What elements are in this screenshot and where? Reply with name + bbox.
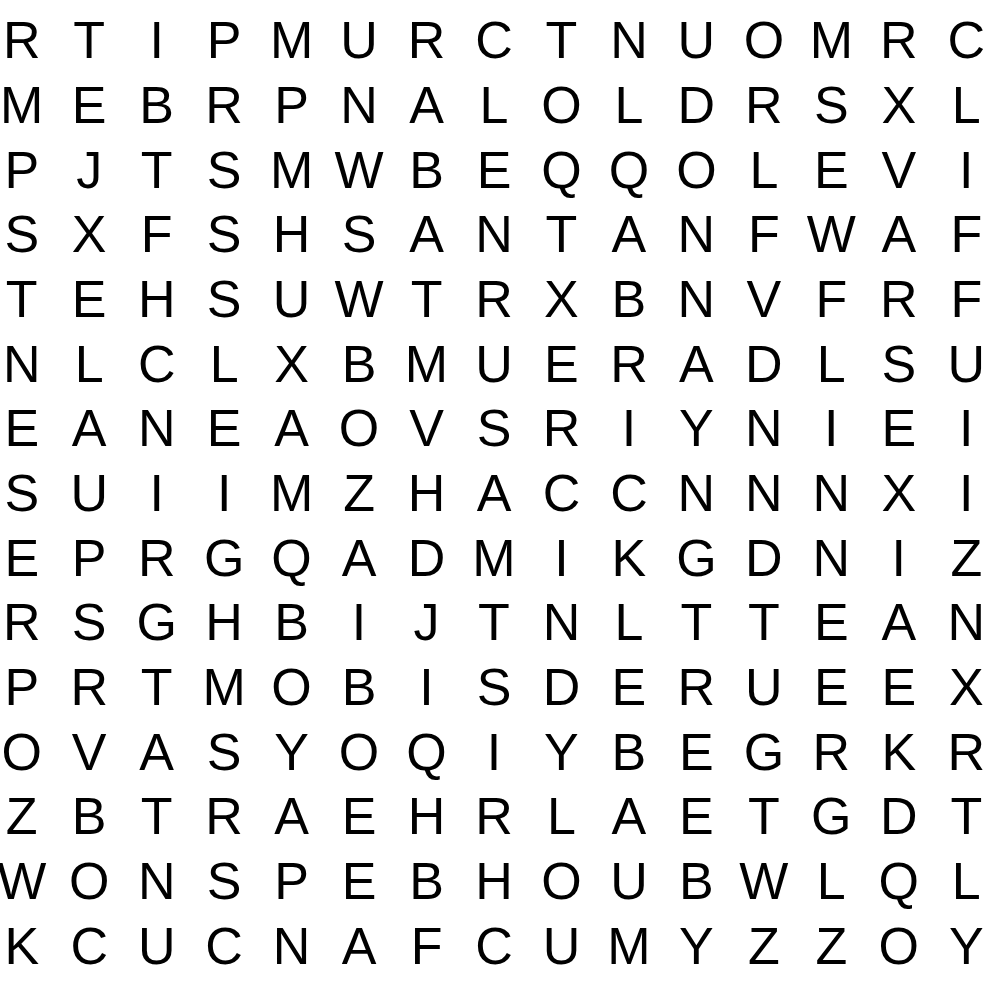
grid-cell-r9c3[interactable]: R [123,525,190,590]
grid-cell-r12c4[interactable]: S [190,719,257,784]
grid-cell-r8c3[interactable]: I [123,461,190,526]
grid-cell-r7c13[interactable]: I [798,396,865,461]
grid-cell-r13c13[interactable]: G [798,784,865,849]
grid-cell-r6c11[interactable]: A [663,331,730,396]
grid-cell-r12c7[interactable]: Q [393,719,460,784]
grid-cell-r9c6[interactable]: A [325,525,392,590]
grid-cell-r6c12[interactable]: D [730,331,797,396]
grid-cell-r4c1[interactable]: S [0,202,55,267]
grid-cell-r3c3[interactable]: T [123,137,190,202]
grid-cell-r15c14[interactable]: O [865,913,932,978]
grid-cell-r14c12[interactable]: W [730,849,797,914]
grid-cell-r15c3[interactable]: U [123,913,190,978]
grid-cell-r11c2[interactable]: R [55,655,122,720]
grid-cell-r8c4[interactable]: I [190,461,257,526]
grid-cell-r5c15[interactable]: F [933,267,1000,332]
grid-cell-r13c6[interactable]: E [325,784,392,849]
grid-cell-r5c10[interactable]: B [595,267,662,332]
grid-cell-r10c15[interactable]: N [933,590,1000,655]
grid-cell-r15c15[interactable]: Y [933,913,1000,978]
grid-cell-r13c11[interactable]: E [663,784,730,849]
grid-cell-r5c6[interactable]: W [325,267,392,332]
grid-cell-r4c8[interactable]: N [460,202,527,267]
grid-cell-r2c12[interactable]: R [730,73,797,138]
grid-cell-r5c2[interactable]: E [55,267,122,332]
grid-cell-r13c8[interactable]: R [460,784,527,849]
grid-cell-r3c5[interactable]: M [258,137,325,202]
grid-cell-r2c6[interactable]: N [325,73,392,138]
grid-cell-r6c3[interactable]: C [123,331,190,396]
grid-cell-r14c15[interactable]: L [933,849,1000,914]
grid-cell-r11c1[interactable]: P [0,655,55,720]
grid-cell-r8c14[interactable]: X [865,461,932,526]
grid-cell-r4c3[interactable]: F [123,202,190,267]
grid-cell-r8c15[interactable]: I [933,461,1000,526]
grid-cell-r13c2[interactable]: B [55,784,122,849]
grid-cell-r11c5[interactable]: O [258,655,325,720]
grid-cell-r9c4[interactable]: G [190,525,257,590]
grid-cell-r15c5[interactable]: N [258,913,325,978]
grid-cell-r3c14[interactable]: V [865,137,932,202]
grid-cell-r5c14[interactable]: R [865,267,932,332]
grid-cell-r15c12[interactable]: Z [730,913,797,978]
grid-cell-r1c4[interactable]: P [190,8,257,73]
grid-cell-r8c5[interactable]: M [258,461,325,526]
grid-cell-r8c2[interactable]: U [55,461,122,526]
grid-cell-r1c2[interactable]: T [55,8,122,73]
grid-cell-r4c12[interactable]: F [730,202,797,267]
grid-cell-r7c9[interactable]: R [528,396,595,461]
grid-cell-r7c11[interactable]: Y [663,396,730,461]
grid-cell-r7c6[interactable]: O [325,396,392,461]
grid-cell-r13c4[interactable]: R [190,784,257,849]
grid-cell-r8c10[interactable]: C [595,461,662,526]
grid-cell-r4c9[interactable]: T [528,202,595,267]
grid-cell-r1c6[interactable]: U [325,8,392,73]
grid-cell-r2c1[interactable]: M [0,73,55,138]
grid-cell-r3c4[interactable]: S [190,137,257,202]
grid-cell-r12c8[interactable]: I [460,719,527,784]
grid-cell-r15c8[interactable]: C [460,913,527,978]
grid-cell-r9c1[interactable]: E [0,525,55,590]
grid-cell-r1c9[interactable]: T [528,8,595,73]
grid-cell-r9c8[interactable]: M [460,525,527,590]
grid-cell-r11c7[interactable]: I [393,655,460,720]
grid-cell-r6c1[interactable]: N [0,331,55,396]
grid-cell-r10c2[interactable]: S [55,590,122,655]
grid-cell-r4c6[interactable]: S [325,202,392,267]
grid-cell-r4c7[interactable]: A [393,202,460,267]
grid-cell-r10c12[interactable]: T [730,590,797,655]
grid-cell-r1c13[interactable]: M [798,8,865,73]
grid-cell-r5c11[interactable]: N [663,267,730,332]
grid-cell-r6c9[interactable]: E [528,331,595,396]
grid-cell-r7c4[interactable]: E [190,396,257,461]
grid-cell-r3c12[interactable]: L [730,137,797,202]
grid-cell-r11c4[interactable]: M [190,655,257,720]
grid-cell-r11c10[interactable]: E [595,655,662,720]
grid-cell-r9c15[interactable]: Z [933,525,1000,590]
grid-cell-r6c10[interactable]: R [595,331,662,396]
grid-cell-r8c12[interactable]: N [730,461,797,526]
grid-cell-r13c15[interactable]: T [933,784,1000,849]
grid-cell-r9c10[interactable]: K [595,525,662,590]
grid-cell-r1c5[interactable]: M [258,8,325,73]
grid-cell-r14c10[interactable]: U [595,849,662,914]
grid-cell-r3c7[interactable]: B [393,137,460,202]
grid-cell-r14c11[interactable]: B [663,849,730,914]
grid-cell-r10c10[interactable]: L [595,590,662,655]
grid-cell-r13c14[interactable]: D [865,784,932,849]
grid-cell-r10c4[interactable]: H [190,590,257,655]
grid-cell-r14c7[interactable]: B [393,849,460,914]
grid-cell-r7c1[interactable]: E [0,396,55,461]
grid-cell-r5c1[interactable]: T [0,267,55,332]
grid-cell-r11c14[interactable]: E [865,655,932,720]
grid-cell-r9c13[interactable]: N [798,525,865,590]
grid-cell-r2c4[interactable]: R [190,73,257,138]
grid-cell-r15c13[interactable]: Z [798,913,865,978]
grid-cell-r14c5[interactable]: P [258,849,325,914]
grid-cell-r10c5[interactable]: B [258,590,325,655]
grid-cell-r1c14[interactable]: R [865,8,932,73]
grid-cell-r13c7[interactable]: H [393,784,460,849]
grid-cell-r12c9[interactable]: Y [528,719,595,784]
grid-cell-r2c5[interactable]: P [258,73,325,138]
grid-cell-r14c3[interactable]: N [123,849,190,914]
grid-cell-r5c3[interactable]: H [123,267,190,332]
grid-cell-r6c13[interactable]: L [798,331,865,396]
grid-cell-r9c9[interactable]: I [528,525,595,590]
grid-cell-r15c4[interactable]: C [190,913,257,978]
grid-cell-r5c7[interactable]: T [393,267,460,332]
grid-cell-r10c11[interactable]: T [663,590,730,655]
grid-cell-r15c9[interactable]: U [528,913,595,978]
grid-cell-r4c14[interactable]: A [865,202,932,267]
grid-cell-r9c2[interactable]: P [55,525,122,590]
grid-cell-r9c12[interactable]: D [730,525,797,590]
grid-cell-r11c15[interactable]: X [933,655,1000,720]
grid-cell-r7c12[interactable]: N [730,396,797,461]
grid-cell-r12c5[interactable]: Y [258,719,325,784]
grid-cell-r5c8[interactable]: R [460,267,527,332]
grid-cell-r11c6[interactable]: B [325,655,392,720]
grid-cell-r2c7[interactable]: A [393,73,460,138]
grid-cell-r8c1[interactable]: S [0,461,55,526]
grid-cell-r13c1[interactable]: Z [0,784,55,849]
grid-cell-r2c14[interactable]: X [865,73,932,138]
grid-cell-r12c13[interactable]: R [798,719,865,784]
grid-cell-r15c2[interactable]: C [55,913,122,978]
grid-cell-r3c10[interactable]: Q [595,137,662,202]
grid-cell-r2c8[interactable]: L [460,73,527,138]
grid-cell-r3c6[interactable]: W [325,137,392,202]
grid-cell-r3c11[interactable]: O [663,137,730,202]
grid-cell-r9c7[interactable]: D [393,525,460,590]
grid-cell-r12c12[interactable]: G [730,719,797,784]
grid-cell-r5c12[interactable]: V [730,267,797,332]
grid-cell-r4c13[interactable]: W [798,202,865,267]
grid-cell-r13c5[interactable]: A [258,784,325,849]
grid-cell-r11c8[interactable]: S [460,655,527,720]
grid-cell-r7c2[interactable]: A [55,396,122,461]
grid-cell-r15c11[interactable]: Y [663,913,730,978]
grid-cell-r1c8[interactable]: C [460,8,527,73]
grid-cell-r13c3[interactable]: T [123,784,190,849]
word-search-grid: RTIPMURCTNUOMRCMEBRPNALOLDRSXLPJTSMWBEQQ… [0,8,1000,978]
grid-cell-r3c9[interactable]: Q [528,137,595,202]
grid-cell-r13c9[interactable]: L [528,784,595,849]
grid-cell-r11c11[interactable]: R [663,655,730,720]
grid-cell-r13c12[interactable]: T [730,784,797,849]
grid-cell-r2c13[interactable]: S [798,73,865,138]
grid-cell-r2c11[interactable]: D [663,73,730,138]
grid-cell-r5c5[interactable]: U [258,267,325,332]
grid-cell-r6c8[interactable]: U [460,331,527,396]
grid-cell-r8c6[interactable]: Z [325,461,392,526]
grid-cell-r7c8[interactable]: S [460,396,527,461]
grid-cell-r4c2[interactable]: X [55,202,122,267]
grid-cell-r9c14[interactable]: I [865,525,932,590]
grid-cell-r7c14[interactable]: E [865,396,932,461]
grid-cell-r8c8[interactable]: A [460,461,527,526]
grid-cell-r11c13[interactable]: E [798,655,865,720]
grid-cell-r6c4[interactable]: L [190,331,257,396]
grid-cell-r10c7[interactable]: J [393,590,460,655]
grid-cell-r15c10[interactable]: M [595,913,662,978]
grid-cell-r9c5[interactable]: Q [258,525,325,590]
grid-cell-r11c3[interactable]: T [123,655,190,720]
grid-cell-r3c1[interactable]: P [0,137,55,202]
grid-cell-r6c6[interactable]: B [325,331,392,396]
grid-cell-r14c9[interactable]: O [528,849,595,914]
grid-cell-r10c6[interactable]: I [325,590,392,655]
grid-cell-r6c14[interactable]: S [865,331,932,396]
grid-cell-r5c4[interactable]: S [190,267,257,332]
grid-cell-r12c1[interactable]: O [0,719,55,784]
grid-cell-r6c5[interactable]: X [258,331,325,396]
grid-cell-r12c15[interactable]: R [933,719,1000,784]
grid-cell-r8c13[interactable]: N [798,461,865,526]
grid-cell-r7c15[interactable]: I [933,396,1000,461]
grid-cell-r11c9[interactable]: D [528,655,595,720]
grid-cell-r4c5[interactable]: H [258,202,325,267]
grid-cell-r5c13[interactable]: F [798,267,865,332]
grid-cell-r13c10[interactable]: A [595,784,662,849]
grid-cell-r10c3[interactable]: G [123,590,190,655]
grid-cell-r4c15[interactable]: F [933,202,1000,267]
grid-cell-r1c12[interactable]: O [730,8,797,73]
grid-cell-r9c11[interactable]: G [663,525,730,590]
grid-cell-r4c11[interactable]: N [663,202,730,267]
grid-cell-r14c4[interactable]: S [190,849,257,914]
grid-cell-r4c4[interactable]: S [190,202,257,267]
grid-cell-r8c7[interactable]: H [393,461,460,526]
grid-cell-r12c3[interactable]: A [123,719,190,784]
grid-cell-r12c14[interactable]: K [865,719,932,784]
grid-cell-r12c11[interactable]: E [663,719,730,784]
grid-cell-r2c3[interactable]: B [123,73,190,138]
grid-cell-r5c9[interactable]: X [528,267,595,332]
grid-cell-r14c13[interactable]: L [798,849,865,914]
grid-cell-r15c7[interactable]: F [393,913,460,978]
grid-cell-r4c10[interactable]: A [595,202,662,267]
grid-cell-r11c12[interactable]: U [730,655,797,720]
grid-cell-r14c8[interactable]: H [460,849,527,914]
grid-cell-r10c8[interactable]: T [460,590,527,655]
grid-cell-r7c7[interactable]: V [393,396,460,461]
grid-cell-r12c2[interactable]: V [55,719,122,784]
grid-cell-r1c11[interactable]: U [663,8,730,73]
grid-cell-r3c13[interactable]: E [798,137,865,202]
grid-cell-r14c14[interactable]: Q [865,849,932,914]
grid-cell-r10c14[interactable]: A [865,590,932,655]
grid-cell-r3c8[interactable]: E [460,137,527,202]
grid-cell-r15c6[interactable]: A [325,913,392,978]
grid-cell-r12c10[interactable]: B [595,719,662,784]
grid-cell-r14c6[interactable]: E [325,849,392,914]
grid-cell-r1c7[interactable]: R [393,8,460,73]
grid-cell-r1c1[interactable]: R [0,8,55,73]
grid-cell-r1c15[interactable]: C [933,8,1000,73]
grid-cell-r10c13[interactable]: E [798,590,865,655]
grid-cell-r12c6[interactable]: O [325,719,392,784]
grid-cell-r2c10[interactable]: L [595,73,662,138]
grid-cell-r7c5[interactable]: A [258,396,325,461]
grid-cell-r6c2[interactable]: L [55,331,122,396]
grid-cell-r6c7[interactable]: M [393,331,460,396]
grid-cell-r2c9[interactable]: O [528,73,595,138]
grid-cell-r1c10[interactable]: N [595,8,662,73]
grid-cell-r14c1[interactable]: W [0,849,55,914]
grid-cell-r7c10[interactable]: I [595,396,662,461]
grid-cell-r10c9[interactable]: N [528,590,595,655]
grid-cell-r14c2[interactable]: O [55,849,122,914]
grid-cell-r6c15[interactable]: U [933,331,1000,396]
grid-cell-r8c11[interactable]: N [663,461,730,526]
grid-cell-r8c9[interactable]: C [528,461,595,526]
grid-cell-r2c2[interactable]: E [55,73,122,138]
grid-cell-r3c15[interactable]: I [933,137,1000,202]
grid-cell-r2c15[interactable]: L [933,73,1000,138]
grid-cell-r1c3[interactable]: I [123,8,190,73]
grid-cell-r10c1[interactable]: R [0,590,55,655]
grid-cell-r3c2[interactable]: J [55,137,122,202]
grid-cell-r7c3[interactable]: N [123,396,190,461]
grid-cell-r15c1[interactable]: K [0,913,55,978]
